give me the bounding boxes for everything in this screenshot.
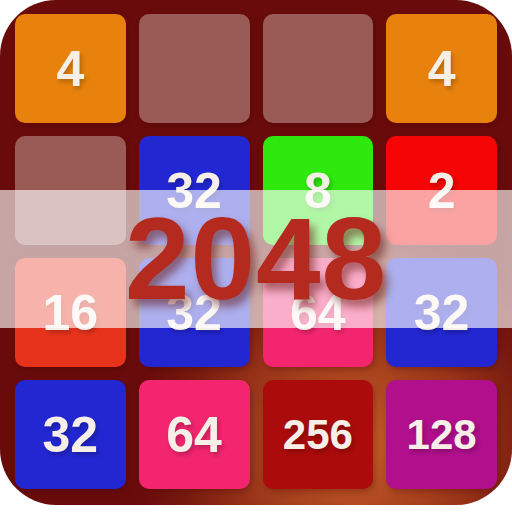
tile-value: 256 — [283, 414, 353, 456]
tile-value: 32 — [43, 410, 99, 460]
tile-4: 4 — [15, 14, 126, 123]
tile-4: 4 — [386, 14, 497, 123]
title-banner — [0, 190, 512, 328]
empty-cell — [263, 14, 374, 123]
tile-value: 4 — [56, 44, 84, 94]
game-2048-icon: 443282163264323264256128 2048 — [0, 0, 512, 505]
tile-256: 256 — [263, 380, 374, 489]
tile-value: 4 — [428, 44, 456, 94]
empty-cell — [139, 14, 250, 123]
app-icon-stage: 443282163264323264256128 2048 — [0, 0, 512, 512]
tile-value: 128 — [407, 414, 477, 456]
tile-64: 64 — [139, 380, 250, 489]
tile-value: 64 — [166, 410, 222, 460]
tile-32: 32 — [15, 380, 126, 489]
tile-128: 128 — [386, 380, 497, 489]
